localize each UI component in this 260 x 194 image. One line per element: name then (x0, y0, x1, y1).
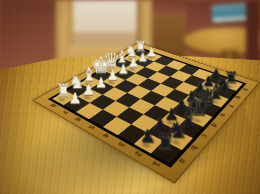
file-label-h: h (240, 86, 251, 92)
piece-black-r-a1[interactable]: ♜ (147, 131, 184, 153)
chess-board: ♜♟♟♜♞♟♟♞♝♟♟♝♛♟♟♛♚♟♟♚♝♟♟♝♞♟♟♞♜♟♟♜ 8765432… (32, 42, 259, 183)
chess-scene: ♜♟♟♜♞♟♟♞♝♟♟♝♛♟♟♛♚♟♟♚♝♟♟♝♞♟♟♞♜♟♟♜ 8765432… (0, 0, 260, 194)
board-perspective-wrap: ♜♟♟♜♞♟♟♞♝♟♟♝♛♟♟♛♚♟♟♚♝♟♟♝♞♟♟♞♜♟♟♜ 8765432… (0, 0, 260, 194)
board-grid: ♜♟♟♜♞♟♟♞♝♟♟♝♛♟♟♛♚♟♟♚♝♟♟♝♞♟♟♞♜♟♟♜ (52, 49, 243, 164)
piece-white-p-a7[interactable]: ♟ (60, 90, 90, 105)
